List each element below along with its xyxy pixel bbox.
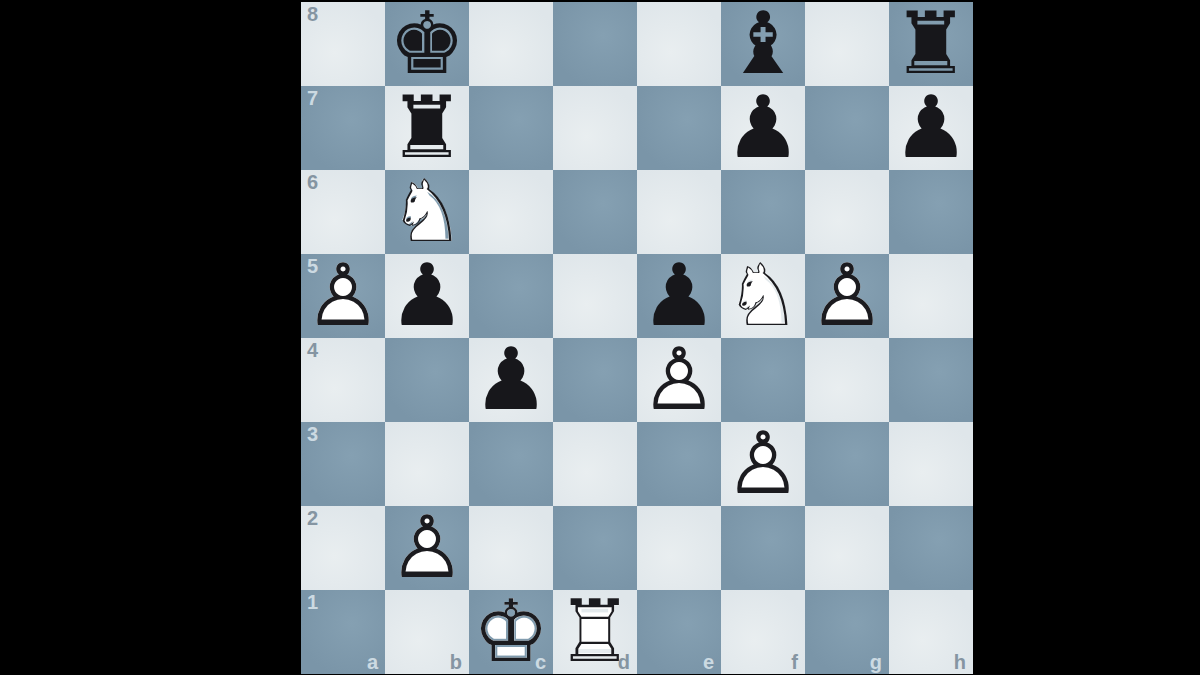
square-e1[interactable]: e: [637, 590, 721, 674]
file-label-b: b: [450, 652, 462, 672]
square-h2[interactable]: [889, 506, 973, 590]
square-f6[interactable]: [721, 170, 805, 254]
file-label-e: e: [703, 652, 714, 672]
white-knight: ♞♘: [721, 254, 805, 338]
square-f8[interactable]: ♝: [721, 2, 805, 86]
square-e2[interactable]: [637, 506, 721, 590]
white-pawn: ♟♙: [637, 338, 721, 422]
square-d7[interactable]: [553, 86, 637, 170]
square-c8[interactable]: [469, 2, 553, 86]
square-b2[interactable]: ♟♙: [385, 506, 469, 590]
square-g7[interactable]: [805, 86, 889, 170]
square-h8[interactable]: ♜: [889, 2, 973, 86]
black-pawn: ♟: [469, 338, 553, 422]
square-a5[interactable]: 5♟♙: [301, 254, 385, 338]
square-a8[interactable]: 8: [301, 2, 385, 86]
square-g6[interactable]: [805, 170, 889, 254]
black-rook: ♜: [385, 86, 469, 170]
square-h5[interactable]: [889, 254, 973, 338]
rank-label-1: 1: [307, 592, 318, 612]
black-pawn: ♟: [385, 254, 469, 338]
rank-label-3: 3: [307, 424, 318, 444]
square-h6[interactable]: [889, 170, 973, 254]
square-d3[interactable]: [553, 422, 637, 506]
rank-label-2: 2: [307, 508, 318, 528]
square-f3[interactable]: ♟♙: [721, 422, 805, 506]
white-pawn: ♟♙: [805, 254, 889, 338]
square-f5[interactable]: ♞♘: [721, 254, 805, 338]
square-e8[interactable]: [637, 2, 721, 86]
square-e7[interactable]: [637, 86, 721, 170]
square-h1[interactable]: h: [889, 590, 973, 674]
black-pawn: ♟: [637, 254, 721, 338]
black-bishop: ♝: [721, 2, 805, 86]
square-a7[interactable]: 7: [301, 86, 385, 170]
square-h4[interactable]: [889, 338, 973, 422]
square-b4[interactable]: [385, 338, 469, 422]
square-d5[interactable]: [553, 254, 637, 338]
rank-label-4: 4: [307, 340, 318, 360]
square-c7[interactable]: [469, 86, 553, 170]
square-f7[interactable]: ♟: [721, 86, 805, 170]
square-e5[interactable]: ♟: [637, 254, 721, 338]
white-pawn: ♟♙: [301, 254, 385, 338]
video-frame: 8♚♝♜7♜♟♟6♞♘5♟♙♟♟♞♘♟♙4♟♟♙3♟♙2♟♙1abc♚♔d♜♖e…: [0, 0, 1200, 675]
square-g2[interactable]: [805, 506, 889, 590]
rank-label-8: 8: [307, 4, 318, 24]
white-rook: ♜♖: [553, 590, 637, 674]
square-f2[interactable]: [721, 506, 805, 590]
file-label-f: f: [791, 652, 798, 672]
rank-label-6: 6: [307, 172, 318, 192]
square-d1[interactable]: d♜♖: [553, 590, 637, 674]
square-a1[interactable]: 1a: [301, 590, 385, 674]
square-d6[interactable]: [553, 170, 637, 254]
white-pawn: ♟♙: [721, 422, 805, 506]
white-king: ♚♔: [469, 590, 553, 674]
square-c4[interactable]: ♟: [469, 338, 553, 422]
square-b1[interactable]: b: [385, 590, 469, 674]
file-label-h: h: [954, 652, 966, 672]
black-rook: ♜: [889, 2, 973, 86]
square-a3[interactable]: 3: [301, 422, 385, 506]
square-d8[interactable]: [553, 2, 637, 86]
square-h3[interactable]: [889, 422, 973, 506]
square-e6[interactable]: [637, 170, 721, 254]
square-b3[interactable]: [385, 422, 469, 506]
square-g5[interactable]: ♟♙: [805, 254, 889, 338]
square-h7[interactable]: ♟: [889, 86, 973, 170]
square-d4[interactable]: [553, 338, 637, 422]
square-g4[interactable]: [805, 338, 889, 422]
square-c6[interactable]: [469, 170, 553, 254]
square-f4[interactable]: [721, 338, 805, 422]
square-e4[interactable]: ♟♙: [637, 338, 721, 422]
square-b8[interactable]: ♚: [385, 2, 469, 86]
square-g1[interactable]: g: [805, 590, 889, 674]
square-d2[interactable]: [553, 506, 637, 590]
rank-label-7: 7: [307, 88, 318, 108]
square-c5[interactable]: [469, 254, 553, 338]
square-a6[interactable]: 6: [301, 170, 385, 254]
black-pawn: ♟: [721, 86, 805, 170]
black-pawn: ♟: [889, 86, 973, 170]
file-label-a: a: [367, 652, 378, 672]
square-f1[interactable]: f: [721, 590, 805, 674]
square-e3[interactable]: [637, 422, 721, 506]
square-c3[interactable]: [469, 422, 553, 506]
file-label-g: g: [870, 652, 882, 672]
square-b7[interactable]: ♜: [385, 86, 469, 170]
black-king: ♚: [385, 2, 469, 86]
square-c2[interactable]: [469, 506, 553, 590]
square-g3[interactable]: [805, 422, 889, 506]
chess-board: 8♚♝♜7♜♟♟6♞♘5♟♙♟♟♞♘♟♙4♟♟♙3♟♙2♟♙1abc♚♔d♜♖e…: [301, 2, 973, 674]
white-pawn: ♟♙: [385, 506, 469, 590]
square-a4[interactable]: 4: [301, 338, 385, 422]
square-c1[interactable]: c♚♔: [469, 590, 553, 674]
square-g8[interactable]: [805, 2, 889, 86]
square-b5[interactable]: ♟: [385, 254, 469, 338]
white-knight: ♞♘: [385, 170, 469, 254]
square-a2[interactable]: 2: [301, 506, 385, 590]
square-b6[interactable]: ♞♘: [385, 170, 469, 254]
